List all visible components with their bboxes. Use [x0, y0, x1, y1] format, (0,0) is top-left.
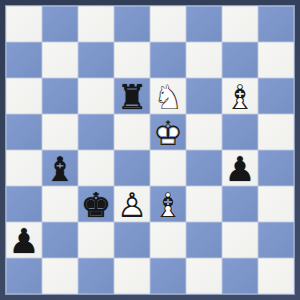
square-h6[interactable]	[258, 78, 294, 114]
square-c4[interactable]	[78, 150, 114, 186]
chess-board: ♜♞♘♝♗♚♔♝♟♚♟♙♝♗♟	[6, 6, 294, 294]
square-e8[interactable]	[150, 6, 186, 42]
square-g6[interactable]: ♝♗	[222, 78, 258, 114]
white-bishop-outline-glyph: ♗	[150, 186, 186, 222]
piece-black-rook[interactable]: ♜	[114, 78, 150, 114]
square-d8[interactable]	[114, 6, 150, 42]
square-b8[interactable]	[42, 6, 78, 42]
square-f7[interactable]	[186, 42, 222, 78]
square-b6[interactable]	[42, 78, 78, 114]
square-g8[interactable]	[222, 6, 258, 42]
square-c1[interactable]	[78, 258, 114, 294]
square-c6[interactable]	[78, 78, 114, 114]
black-pawn-glyph: ♟	[6, 222, 42, 258]
square-h5[interactable]	[258, 114, 294, 150]
square-h1[interactable]	[258, 258, 294, 294]
square-a1[interactable]	[6, 258, 42, 294]
piece-white-bishop[interactable]: ♝♗	[150, 186, 186, 222]
black-bishop-glyph: ♝	[42, 150, 78, 186]
square-f6[interactable]	[186, 78, 222, 114]
white-bishop-outline-glyph: ♗	[222, 78, 258, 114]
square-e6[interactable]: ♞♘	[150, 78, 186, 114]
square-e7[interactable]	[150, 42, 186, 78]
white-pawn-outline-glyph: ♙	[114, 186, 150, 222]
square-a5[interactable]	[6, 114, 42, 150]
piece-white-bishop[interactable]: ♝♗	[222, 78, 258, 114]
board-frame: ♜♞♘♝♗♚♔♝♟♚♟♙♝♗♟	[0, 0, 300, 300]
black-rook-glyph: ♜	[114, 78, 150, 114]
square-c3[interactable]: ♚	[78, 186, 114, 222]
square-h2[interactable]	[258, 222, 294, 258]
square-a7[interactable]	[6, 42, 42, 78]
square-h8[interactable]	[258, 6, 294, 42]
square-g7[interactable]	[222, 42, 258, 78]
square-d2[interactable]	[114, 222, 150, 258]
piece-black-bishop[interactable]: ♝	[42, 150, 78, 186]
white-king-outline-glyph: ♔	[150, 114, 186, 150]
square-g4[interactable]: ♟	[222, 150, 258, 186]
square-c7[interactable]	[78, 42, 114, 78]
square-b1[interactable]	[42, 258, 78, 294]
piece-black-pawn[interactable]: ♟	[222, 150, 258, 186]
piece-white-pawn[interactable]: ♟♙	[114, 186, 150, 222]
square-e5[interactable]: ♚♔	[150, 114, 186, 150]
square-c5[interactable]	[78, 114, 114, 150]
square-g5[interactable]	[222, 114, 258, 150]
piece-black-pawn[interactable]: ♟	[6, 222, 42, 258]
square-b5[interactable]	[42, 114, 78, 150]
square-b7[interactable]	[42, 42, 78, 78]
piece-white-king[interactable]: ♚♔	[150, 114, 186, 150]
square-f2[interactable]	[186, 222, 222, 258]
black-king-glyph: ♚	[78, 186, 114, 222]
square-c8[interactable]	[78, 6, 114, 42]
square-e1[interactable]	[150, 258, 186, 294]
square-d1[interactable]	[114, 258, 150, 294]
square-e4[interactable]	[150, 150, 186, 186]
square-f4[interactable]	[186, 150, 222, 186]
square-h3[interactable]	[258, 186, 294, 222]
piece-black-king[interactable]: ♚	[78, 186, 114, 222]
square-d6[interactable]: ♜	[114, 78, 150, 114]
square-d5[interactable]	[114, 114, 150, 150]
square-f3[interactable]	[186, 186, 222, 222]
square-g3[interactable]	[222, 186, 258, 222]
square-g1[interactable]	[222, 258, 258, 294]
square-f5[interactable]	[186, 114, 222, 150]
square-b4[interactable]: ♝	[42, 150, 78, 186]
square-a8[interactable]	[6, 6, 42, 42]
square-c2[interactable]	[78, 222, 114, 258]
square-h7[interactable]	[258, 42, 294, 78]
square-f8[interactable]	[186, 6, 222, 42]
square-b2[interactable]	[42, 222, 78, 258]
white-knight-outline-glyph: ♘	[150, 78, 186, 114]
square-b3[interactable]	[42, 186, 78, 222]
square-d7[interactable]	[114, 42, 150, 78]
square-a2[interactable]: ♟	[6, 222, 42, 258]
piece-white-knight[interactable]: ♞♘	[150, 78, 186, 114]
black-pawn-glyph: ♟	[222, 150, 258, 186]
square-a6[interactable]	[6, 78, 42, 114]
square-a3[interactable]	[6, 186, 42, 222]
square-e3[interactable]: ♝♗	[150, 186, 186, 222]
square-g2[interactable]	[222, 222, 258, 258]
square-h4[interactable]	[258, 150, 294, 186]
square-d4[interactable]	[114, 150, 150, 186]
square-d3[interactable]: ♟♙	[114, 186, 150, 222]
square-a4[interactable]	[6, 150, 42, 186]
square-f1[interactable]	[186, 258, 222, 294]
square-e2[interactable]	[150, 222, 186, 258]
